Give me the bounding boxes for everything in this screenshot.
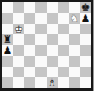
square-c6[interactable] [24,24,35,35]
square-a5[interactable]: ♜ [2,34,13,45]
square-a1[interactable] [2,77,13,88]
piece-glyph: ♜ [2,34,13,45]
square-g3[interactable] [69,56,80,67]
square-f8[interactable] [58,2,69,13]
square-h4[interactable] [80,45,91,56]
square-c5[interactable] [24,34,35,45]
piece-outline: ♗ [47,77,58,88]
square-f7[interactable] [58,13,69,24]
black-pawn-icon: ♟ [80,13,91,24]
piece-outline: ♘ [69,13,80,24]
piece-glyph: ♚ [80,2,91,13]
square-c8[interactable] [24,2,35,13]
square-c2[interactable] [24,67,35,78]
square-f6[interactable] [58,24,69,35]
square-c1[interactable] [24,77,35,88]
square-e4[interactable] [47,45,58,56]
square-d6[interactable] [35,24,46,35]
piece-glyph: ♟ [80,13,91,24]
square-c7[interactable] [24,13,35,24]
square-a7[interactable] [2,13,13,24]
square-f5[interactable] [58,34,69,45]
square-g2[interactable] [69,67,80,78]
square-h6[interactable] [80,24,91,35]
white-king-icon: ♚♔ [13,24,24,35]
piece-fill: ♝ [47,77,58,88]
square-b3[interactable] [13,56,24,67]
square-b6[interactable]: ♚♔ [13,24,24,35]
square-h3[interactable] [80,56,91,67]
square-g5[interactable] [69,34,80,45]
black-king-icon: ♚ [80,2,91,13]
square-a8[interactable] [2,2,13,13]
square-g4[interactable] [69,45,80,56]
square-a2[interactable] [2,67,13,78]
square-a4[interactable]: ♟ [2,45,13,56]
chess-board: ♚♞♘♟♚♔♜♟♝♗ [2,2,91,88]
square-h7[interactable]: ♟ [80,13,91,24]
square-d8[interactable] [35,2,46,13]
square-d7[interactable] [35,13,46,24]
square-a3[interactable] [2,56,13,67]
square-d2[interactable] [35,67,46,78]
square-b2[interactable] [13,67,24,78]
square-h5[interactable] [80,34,91,45]
square-d5[interactable] [35,34,46,45]
piece-outline: ♔ [13,24,24,35]
square-f2[interactable] [58,67,69,78]
square-e8[interactable] [47,2,58,13]
square-c4[interactable] [24,45,35,56]
square-b5[interactable] [13,34,24,45]
square-e5[interactable] [47,34,58,45]
square-d3[interactable] [35,56,46,67]
square-g8[interactable] [69,2,80,13]
square-h8[interactable]: ♚ [80,2,91,13]
square-g1[interactable] [69,77,80,88]
square-b7[interactable] [13,13,24,24]
piece-glyph: ♟ [2,45,13,56]
square-e7[interactable] [47,13,58,24]
black-pawn-icon: ♟ [2,45,13,56]
square-e2[interactable] [47,67,58,78]
white-bishop-icon: ♝♗ [47,77,58,88]
white-knight-icon: ♞♘ [69,13,80,24]
square-d1[interactable] [35,77,46,88]
square-b8[interactable] [13,2,24,13]
square-d4[interactable] [35,45,46,56]
square-e3[interactable] [47,56,58,67]
square-b4[interactable] [13,45,24,56]
chess-diagram-frame: ♚♞♘♟♚♔♜♟♝♗ [0,0,94,91]
square-h2[interactable] [80,67,91,78]
piece-fill: ♞ [69,13,80,24]
square-e1[interactable]: ♝♗ [47,77,58,88]
piece-fill: ♚ [13,24,24,35]
square-e6[interactable] [47,24,58,35]
square-g7[interactable]: ♞♘ [69,13,80,24]
square-a6[interactable] [2,24,13,35]
square-b1[interactable] [13,77,24,88]
square-g6[interactable] [69,24,80,35]
square-c3[interactable] [24,56,35,67]
black-rook-icon: ♜ [2,34,13,45]
square-f1[interactable] [58,77,69,88]
square-f3[interactable] [58,56,69,67]
square-h1[interactable] [80,77,91,88]
square-f4[interactable] [58,45,69,56]
